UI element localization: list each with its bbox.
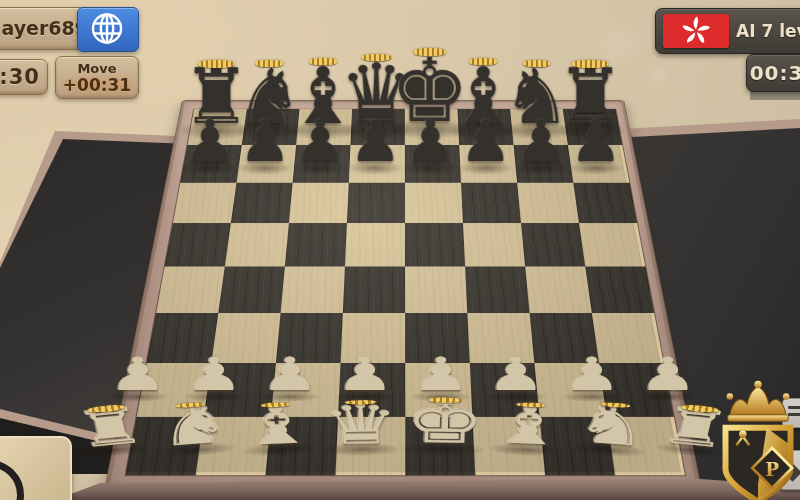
black-player-name: AI 7 level <box>736 9 800 53</box>
gold-crown-accent <box>309 58 337 65</box>
piece-white-pawn[interactable]: ♟ <box>487 352 545 398</box>
piece-white-knight[interactable]: ♞ <box>572 397 653 454</box>
piece-white-queen[interactable]: ♛ <box>322 396 400 452</box>
gold-crown-accent <box>469 58 497 65</box>
piece-white-rook[interactable]: ♜ <box>657 399 735 454</box>
game-screen: { "game": "chess", "app_context": "3D ch… <box>0 0 800 500</box>
piece-black-pawn[interactable]: ♟ <box>515 112 567 170</box>
black-player-panel: AI 7 level <box>655 8 800 54</box>
plaque-arc-mark <box>0 460 24 500</box>
piece-white-pawn[interactable]: ♟ <box>185 352 243 398</box>
piece-glyph: ♟ <box>184 112 236 170</box>
white-player-name-panel: Player689 <box>0 7 86 50</box>
piece-white-bishop[interactable]: ♝ <box>239 397 316 453</box>
piece-glyph: ♟ <box>460 112 512 170</box>
piece-white-bishop[interactable]: ♝ <box>490 397 567 453</box>
piece-white-pawn[interactable]: ♟ <box>639 352 697 398</box>
gold-crown-accent <box>430 397 462 402</box>
piece-white-knight[interactable]: ♞ <box>153 397 234 454</box>
piece-white-rook[interactable]: ♜ <box>71 399 149 454</box>
piece-glyph: ♟ <box>185 352 243 398</box>
globe-icon <box>78 8 136 49</box>
wooden-plaque <box>0 436 72 500</box>
piece-glyph: ♟ <box>563 352 621 398</box>
gold-crown-accent <box>362 54 392 61</box>
piece-glyph: ♟ <box>336 352 394 398</box>
piece-black-pawn[interactable]: ♟ <box>349 112 401 170</box>
piece-glyph: ♟ <box>109 352 167 398</box>
gold-crown-accent <box>345 399 376 404</box>
hong-kong-flag <box>663 14 729 48</box>
black-clock: 00:30 <box>746 54 800 92</box>
piece-white-pawn[interactable]: ♟ <box>109 352 167 398</box>
piece-black-pawn[interactable]: ♟ <box>460 112 512 170</box>
piece-white-king[interactable]: ♚ <box>404 393 485 452</box>
piece-glyph: ♟ <box>349 112 401 170</box>
crown-icon <box>727 381 790 422</box>
piece-white-pawn[interactable]: ♟ <box>260 352 318 398</box>
piece-glyph: ♟ <box>639 352 697 398</box>
move-label: Move <box>56 61 138 76</box>
piece-black-pawn[interactable]: ♟ <box>239 112 291 170</box>
move-bonus-value: +00:31 <box>56 76 138 95</box>
white-clock: 00:30 <box>0 59 48 95</box>
shield-icon: P <box>726 428 793 500</box>
piece-black-pawn[interactable]: ♟ <box>405 112 457 170</box>
piece-glyph: ♟ <box>405 112 457 170</box>
piece-glyph: ♟ <box>570 112 622 170</box>
crest-monogram: P <box>765 459 779 480</box>
piece-glyph: ♟ <box>260 352 318 398</box>
white-player-name: Player689 <box>0 17 88 39</box>
piece-glyph: ♟ <box>294 112 346 170</box>
piece-black-pawn[interactable]: ♟ <box>570 112 622 170</box>
globe-button[interactable] <box>77 7 139 52</box>
piece-black-pawn[interactable]: ♟ <box>184 112 236 170</box>
piece-black-pawn[interactable]: ♟ <box>294 112 346 170</box>
move-bonus-panel: Move +00:31 <box>55 56 139 99</box>
piece-white-pawn[interactable]: ♟ <box>336 352 394 398</box>
piece-glyph: ♟ <box>239 112 291 170</box>
piece-glyph: ♟ <box>515 112 567 170</box>
piece-white-pawn[interactable]: ♟ <box>563 352 621 398</box>
piece-glyph: ♟ <box>487 352 545 398</box>
